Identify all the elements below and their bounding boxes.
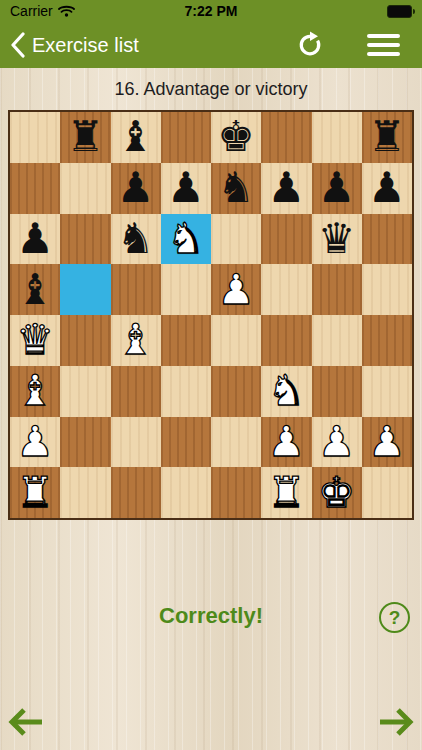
back-button[interactable]: Exercise list xyxy=(10,32,139,58)
square-d5[interactable] xyxy=(161,264,211,315)
square-b6[interactable] xyxy=(60,214,110,265)
square-g6[interactable]: ♛ xyxy=(312,214,362,265)
square-h7[interactable]: ♟ xyxy=(362,163,412,214)
exercise-title: 16. Advantage or victory xyxy=(0,68,422,110)
square-g8[interactable] xyxy=(312,112,362,163)
piece-black-queen: ♛ xyxy=(318,218,356,260)
feedback-row: Correctly! ? xyxy=(0,601,422,635)
piece-white-pawn: ♟ xyxy=(268,421,306,463)
menu-icon[interactable] xyxy=(367,34,400,56)
square-b1[interactable] xyxy=(60,467,110,518)
square-e5[interactable]: ♟ xyxy=(211,264,261,315)
square-a7[interactable] xyxy=(10,163,60,214)
square-h1[interactable] xyxy=(362,467,412,518)
square-d7[interactable]: ♟ xyxy=(161,163,211,214)
square-h6[interactable] xyxy=(362,214,412,265)
piece-white-pawn: ♟ xyxy=(217,269,255,311)
piece-white-queen: ♛ xyxy=(16,319,54,361)
status-bar: Carrier 7:22 PM xyxy=(0,0,422,22)
back-chevron-icon xyxy=(10,32,25,58)
next-exercise-button[interactable] xyxy=(378,706,414,738)
square-e3[interactable] xyxy=(211,366,261,417)
square-a3[interactable]: ♝ xyxy=(10,366,60,417)
square-f7[interactable]: ♟ xyxy=(261,163,311,214)
square-e8[interactable]: ♚ xyxy=(211,112,261,163)
square-h5[interactable] xyxy=(362,264,412,315)
piece-black-bishop: ♝ xyxy=(16,269,54,311)
square-e1[interactable] xyxy=(211,467,261,518)
square-a2[interactable]: ♟ xyxy=(10,417,60,468)
square-h2[interactable]: ♟ xyxy=(362,417,412,468)
question-mark-icon: ? xyxy=(389,608,401,627)
square-b3[interactable] xyxy=(60,366,110,417)
square-g2[interactable]: ♟ xyxy=(312,417,362,468)
app-screen: Carrier 7:22 PM Exercise list xyxy=(0,0,422,750)
piece-white-rook: ♜ xyxy=(16,472,54,514)
square-a4[interactable]: ♛ xyxy=(10,315,60,366)
square-a1[interactable]: ♜ xyxy=(10,467,60,518)
battery-icon xyxy=(387,5,412,18)
piece-white-knight: ♞ xyxy=(167,218,205,260)
square-e6[interactable] xyxy=(211,214,261,265)
square-b8[interactable]: ♜ xyxy=(60,112,110,163)
feedback-message: Correctly! xyxy=(0,603,422,629)
square-f8[interactable] xyxy=(261,112,311,163)
square-c7[interactable]: ♟ xyxy=(111,163,161,214)
square-d2[interactable] xyxy=(161,417,211,468)
piece-white-king: ♚ xyxy=(318,472,356,514)
square-b2[interactable] xyxy=(60,417,110,468)
piece-black-pawn: ♟ xyxy=(368,167,406,209)
square-c1[interactable] xyxy=(111,467,161,518)
piece-black-rook: ♜ xyxy=(368,116,406,158)
refresh-icon[interactable] xyxy=(295,30,325,60)
navigation-bar: Exercise list xyxy=(0,22,422,68)
clock: 7:22 PM xyxy=(0,3,422,19)
square-e4[interactable] xyxy=(211,315,261,366)
square-h4[interactable] xyxy=(362,315,412,366)
square-d6[interactable]: ♞ xyxy=(161,214,211,265)
previous-exercise-button[interactable] xyxy=(8,706,44,738)
piece-white-bishop: ♝ xyxy=(117,319,155,361)
piece-black-pawn: ♟ xyxy=(318,167,356,209)
square-f1[interactable]: ♜ xyxy=(261,467,311,518)
piece-black-pawn: ♟ xyxy=(167,167,205,209)
piece-white-pawn: ♟ xyxy=(16,421,54,463)
piece-black-pawn: ♟ xyxy=(16,218,54,260)
square-f2[interactable]: ♟ xyxy=(261,417,311,468)
piece-black-knight: ♞ xyxy=(217,167,255,209)
square-g7[interactable]: ♟ xyxy=(312,163,362,214)
piece-black-bishop: ♝ xyxy=(117,116,155,158)
square-f4[interactable] xyxy=(261,315,311,366)
square-c6[interactable]: ♞ xyxy=(111,214,161,265)
square-d4[interactable] xyxy=(161,315,211,366)
square-e2[interactable] xyxy=(211,417,261,468)
piece-white-bishop: ♝ xyxy=(16,370,54,412)
square-a6[interactable]: ♟ xyxy=(10,214,60,265)
piece-black-rook: ♜ xyxy=(67,116,105,158)
piece-white-knight: ♞ xyxy=(268,370,306,412)
chess-board: ♜♝♚♜♟♟♞♟♟♟♟♞♞♛♝♟♛♝♝♞♟♟♟♟♜♜♚ xyxy=(8,110,414,520)
square-f6[interactable] xyxy=(261,214,311,265)
piece-black-king: ♚ xyxy=(217,116,255,158)
help-button[interactable]: ? xyxy=(379,602,410,633)
piece-black-pawn: ♟ xyxy=(117,167,155,209)
square-b7[interactable] xyxy=(60,163,110,214)
square-f3[interactable]: ♞ xyxy=(261,366,311,417)
square-b4[interactable] xyxy=(60,315,110,366)
square-e7[interactable]: ♞ xyxy=(211,163,261,214)
square-c3[interactable] xyxy=(111,366,161,417)
piece-white-rook: ♜ xyxy=(268,472,306,514)
back-button-label: Exercise list xyxy=(32,34,139,57)
square-h3[interactable] xyxy=(362,366,412,417)
square-g3[interactable] xyxy=(312,366,362,417)
square-b5[interactable] xyxy=(60,264,110,315)
square-g1[interactable]: ♚ xyxy=(312,467,362,518)
square-a5[interactable]: ♝ xyxy=(10,264,60,315)
square-c2[interactable] xyxy=(111,417,161,468)
square-d3[interactable] xyxy=(161,366,211,417)
square-d1[interactable] xyxy=(161,467,211,518)
piece-white-pawn: ♟ xyxy=(318,421,356,463)
square-g4[interactable] xyxy=(312,315,362,366)
square-c5[interactable] xyxy=(111,264,161,315)
square-g5[interactable] xyxy=(312,264,362,315)
square-c8[interactable]: ♝ xyxy=(111,112,161,163)
square-d8[interactable] xyxy=(161,112,211,163)
square-a8[interactable] xyxy=(10,112,60,163)
piece-white-pawn: ♟ xyxy=(368,421,406,463)
square-h8[interactable]: ♜ xyxy=(362,112,412,163)
piece-black-knight: ♞ xyxy=(117,218,155,260)
square-f5[interactable] xyxy=(261,264,311,315)
square-c4[interactable]: ♝ xyxy=(111,315,161,366)
piece-black-pawn: ♟ xyxy=(268,167,306,209)
